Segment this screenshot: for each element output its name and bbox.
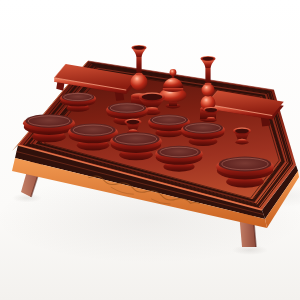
cup-foot-ring [129, 129, 137, 132]
candlestick-bulb [202, 84, 215, 97]
plate-top-face [70, 124, 116, 137]
product-photo [0, 0, 300, 300]
candlestick-cup-interior [133, 46, 144, 50]
plate-top-face [25, 114, 72, 127]
cup-interior [235, 129, 249, 134]
candlestick-neck [136, 57, 141, 74]
candlestick-bulb [131, 74, 148, 91]
cup-foot-ring [207, 117, 215, 120]
plate-top-face [112, 132, 159, 145]
cup-interior [205, 108, 217, 112]
plate-top-face [219, 157, 272, 172]
candlestick-neck-ring [136, 73, 143, 76]
candlestick-cup-interior [202, 57, 213, 61]
lid-knob [170, 69, 177, 76]
cup-interior [127, 120, 140, 124]
bowl-interior [142, 94, 163, 101]
photo-canvas [0, 0, 300, 300]
cup-foot-ring [238, 139, 247, 142]
candlestick-neck-ring [205, 83, 212, 86]
candlestick-neck [205, 68, 210, 84]
